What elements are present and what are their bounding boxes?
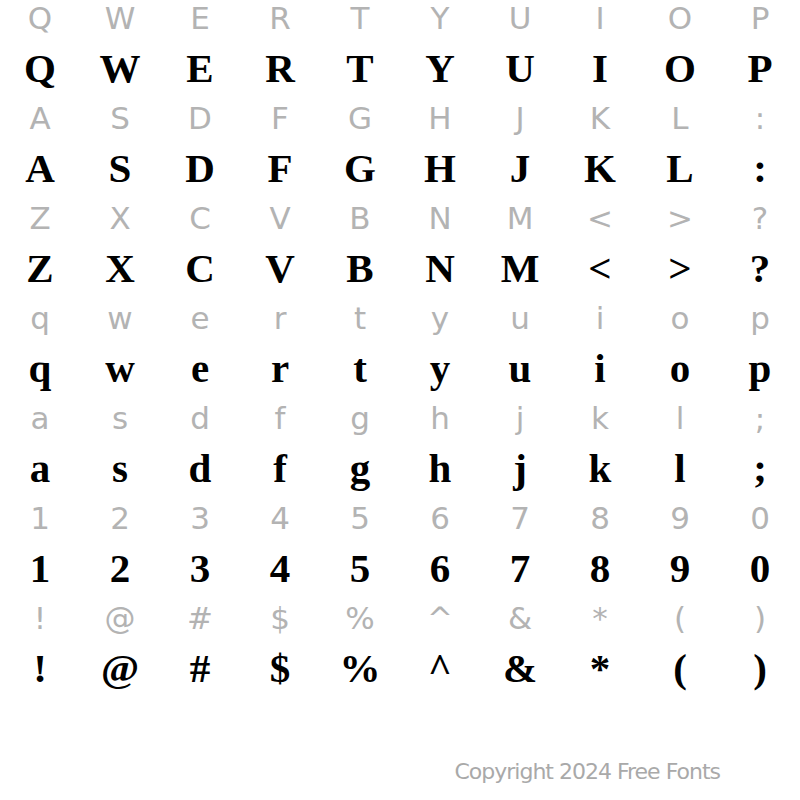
char-cell: l [640, 393, 720, 443]
char-cell: L [640, 93, 720, 143]
char-row-4-black: ASDFGHJKL: [0, 143, 800, 193]
char-cell: ; [720, 443, 800, 493]
char-cell: t [320, 293, 400, 343]
char-cell: ? [720, 243, 800, 293]
char-cell: a [0, 393, 80, 443]
char-cell: : [720, 143, 800, 193]
char-cell: 1 [0, 543, 80, 593]
char-cell: o [640, 343, 720, 393]
char-cell: C [160, 243, 240, 293]
char-cell: u [480, 293, 560, 343]
char-cell: % [320, 593, 400, 643]
char-cell: i [560, 293, 640, 343]
char-cell: y [400, 343, 480, 393]
font-specimen-page: QWERTYUIOPQWERTYUIOPASDFGHJKL:ASDFGHJKL:… [0, 0, 800, 800]
char-cell: 4 [240, 493, 320, 543]
char-cell: j [480, 393, 560, 443]
char-cell: g [320, 393, 400, 443]
char-cell: V [240, 243, 320, 293]
char-cell: 2 [80, 543, 160, 593]
char-cell: < [560, 193, 640, 243]
char-cell: 8 [560, 493, 640, 543]
char-cell: J [480, 143, 560, 193]
char-cell: j [480, 443, 560, 493]
char-cell: ^ [400, 643, 480, 693]
char-cell: < [560, 243, 640, 293]
char-cell: X [80, 243, 160, 293]
char-row-2-black: QWERTYUIOP [0, 43, 800, 93]
char-cell: w [80, 293, 160, 343]
char-cell: T [320, 43, 400, 93]
char-cell: p [720, 293, 800, 343]
char-row-14-black: !@#$%^&*() [0, 643, 800, 693]
char-row-7-gray: qwertyuiop [0, 293, 800, 343]
char-cell: 1 [0, 493, 80, 543]
char-row-12-black: 1234567890 [0, 543, 800, 593]
char-cell: R [240, 0, 320, 43]
char-cell: U [480, 0, 560, 43]
char-cell: r [240, 343, 320, 393]
char-cell: 7 [480, 543, 560, 593]
char-cell: o [640, 293, 720, 343]
character-grid: QWERTYUIOPQWERTYUIOPASDFGHJKL:ASDFGHJKL:… [0, 0, 800, 693]
char-cell: e [160, 343, 240, 393]
char-cell: g [320, 443, 400, 493]
char-cell: @ [80, 643, 160, 693]
char-cell: d [160, 393, 240, 443]
char-cell: B [320, 193, 400, 243]
char-cell: X [80, 193, 160, 243]
char-cell: f [240, 393, 320, 443]
char-cell: L [640, 143, 720, 193]
char-cell: U [480, 43, 560, 93]
char-row-5-gray: ZXCVBNM<>? [0, 193, 800, 243]
char-cell: S [80, 143, 160, 193]
char-row-9-gray: asdfghjkl; [0, 393, 800, 443]
char-cell: I [560, 0, 640, 43]
char-cell: B [320, 243, 400, 293]
char-cell: W [80, 0, 160, 43]
char-cell: 0 [720, 543, 800, 593]
char-cell: N [400, 193, 480, 243]
char-cell: Q [0, 0, 80, 43]
char-cell: J [480, 93, 560, 143]
char-cell: ) [720, 643, 800, 693]
char-cell: % [320, 643, 400, 693]
char-cell: k [560, 393, 640, 443]
char-cell: $ [240, 643, 320, 693]
char-cell: K [560, 143, 640, 193]
char-cell: t [320, 343, 400, 393]
char-cell: 3 [160, 543, 240, 593]
copyright-text: Copyright 2024 Free Fonts [454, 759, 720, 784]
char-cell: H [400, 143, 480, 193]
char-cell: Z [0, 243, 80, 293]
char-cell: Y [400, 0, 480, 43]
char-cell: d [160, 443, 240, 493]
char-cell: 6 [400, 543, 480, 593]
char-cell: C [160, 193, 240, 243]
char-cell: 2 [80, 493, 160, 543]
char-cell: 5 [320, 543, 400, 593]
char-cell: 3 [160, 493, 240, 543]
char-row-3-gray: ASDFGHJKL: [0, 93, 800, 143]
char-cell: O [640, 0, 720, 43]
char-cell: R [240, 43, 320, 93]
char-cell: * [560, 593, 640, 643]
char-cell: q [0, 343, 80, 393]
char-cell: u [480, 343, 560, 393]
char-cell: s [80, 443, 160, 493]
char-cell: ; [720, 393, 800, 443]
char-cell: A [0, 143, 80, 193]
char-cell: ( [640, 643, 720, 693]
char-cell: q [0, 293, 80, 343]
char-row-10-black: asdfghjkl; [0, 443, 800, 493]
char-cell: p [720, 343, 800, 393]
char-cell: M [480, 243, 560, 293]
char-row-8-black: qwertyuiop [0, 343, 800, 393]
char-cell: 6 [400, 493, 480, 543]
char-cell: w [80, 343, 160, 393]
char-row-6-black: ZXCVBNM<>? [0, 243, 800, 293]
char-cell: P [720, 43, 800, 93]
char-cell: F [240, 143, 320, 193]
char-cell: f [240, 443, 320, 493]
char-cell: Q [0, 43, 80, 93]
char-cell: 9 [640, 543, 720, 593]
char-cell: M [480, 193, 560, 243]
char-cell: 4 [240, 543, 320, 593]
char-cell: 7 [480, 493, 560, 543]
char-cell: > [640, 193, 720, 243]
char-cell: E [160, 0, 240, 43]
char-cell: > [640, 243, 720, 293]
char-cell: P [720, 0, 800, 43]
char-cell: O [640, 43, 720, 93]
char-cell: k [560, 443, 640, 493]
char-cell: S [80, 93, 160, 143]
char-cell: N [400, 243, 480, 293]
char-cell: e [160, 293, 240, 343]
char-cell: h [400, 443, 480, 493]
char-cell: i [560, 343, 640, 393]
char-cell: & [480, 593, 560, 643]
char-cell: $ [240, 593, 320, 643]
char-cell: 8 [560, 543, 640, 593]
char-cell: 0 [720, 493, 800, 543]
char-cell: r [240, 293, 320, 343]
char-cell: # [160, 593, 240, 643]
char-row-1-gray: QWERTYUIOP [0, 0, 800, 43]
char-cell: y [400, 293, 480, 343]
char-row-11-gray: 1234567890 [0, 493, 800, 543]
char-cell: 9 [640, 493, 720, 543]
char-cell: * [560, 643, 640, 693]
char-cell: ? [720, 193, 800, 243]
char-cell: # [160, 643, 240, 693]
char-cell: H [400, 93, 480, 143]
char-cell: D [160, 93, 240, 143]
char-cell: : [720, 93, 800, 143]
char-cell: ^ [400, 593, 480, 643]
char-cell: D [160, 143, 240, 193]
char-cell: ! [0, 643, 80, 693]
char-cell: 5 [320, 493, 400, 543]
char-cell: ( [640, 593, 720, 643]
char-cell: ! [0, 593, 80, 643]
char-cell: T [320, 0, 400, 43]
char-cell: F [240, 93, 320, 143]
char-cell: W [80, 43, 160, 93]
char-row-13-gray: !@#$%^&*() [0, 593, 800, 643]
char-cell: a [0, 443, 80, 493]
char-cell: s [80, 393, 160, 443]
char-cell: E [160, 43, 240, 93]
char-cell: @ [80, 593, 160, 643]
char-cell: G [320, 93, 400, 143]
char-cell: & [480, 643, 560, 693]
char-cell: K [560, 93, 640, 143]
char-cell: V [240, 193, 320, 243]
char-cell: Z [0, 193, 80, 243]
char-cell: ) [720, 593, 800, 643]
char-cell: l [640, 443, 720, 493]
char-cell: Y [400, 43, 480, 93]
char-cell: I [560, 43, 640, 93]
char-cell: h [400, 393, 480, 443]
char-cell: A [0, 93, 80, 143]
char-cell: G [320, 143, 400, 193]
